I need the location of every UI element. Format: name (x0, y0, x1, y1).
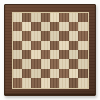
square-b1[interactable] (22, 78, 31, 87)
square-e5[interactable] (50, 41, 59, 50)
square-e3[interactable] (50, 59, 59, 68)
square-f4[interactable] (59, 50, 68, 59)
square-a1[interactable] (13, 78, 22, 87)
square-f8[interactable] (59, 13, 68, 22)
square-d5[interactable] (41, 41, 50, 50)
square-b4[interactable] (22, 50, 31, 59)
square-d4[interactable] (41, 50, 50, 59)
square-c2[interactable] (31, 69, 40, 78)
square-e4[interactable] (50, 50, 59, 59)
square-h5[interactable] (78, 41, 87, 50)
square-a3[interactable] (13, 59, 22, 68)
square-e8[interactable] (50, 13, 59, 22)
square-a6[interactable] (13, 31, 22, 40)
square-f6[interactable] (59, 31, 68, 40)
product-photo-background (0, 0, 100, 100)
square-a8[interactable] (13, 13, 22, 22)
square-g1[interactable] (69, 78, 78, 87)
square-c1[interactable] (31, 78, 40, 87)
square-b7[interactable] (22, 22, 31, 31)
square-e1[interactable] (50, 78, 59, 87)
square-b6[interactable] (22, 31, 31, 40)
square-g5[interactable] (69, 41, 78, 50)
square-d2[interactable] (41, 69, 50, 78)
board-trim (12, 12, 89, 89)
square-f3[interactable] (59, 59, 68, 68)
board-grid (13, 13, 88, 88)
square-b5[interactable] (22, 41, 31, 50)
square-c5[interactable] (31, 41, 40, 50)
square-h6[interactable] (78, 31, 87, 40)
square-h8[interactable] (78, 13, 87, 22)
square-e2[interactable] (50, 69, 59, 78)
square-h4[interactable] (78, 50, 87, 59)
square-c3[interactable] (31, 59, 40, 68)
square-f5[interactable] (59, 41, 68, 50)
square-c7[interactable] (31, 22, 40, 31)
square-g4[interactable] (69, 50, 78, 59)
square-c6[interactable] (31, 31, 40, 40)
square-a7[interactable] (13, 22, 22, 31)
square-g7[interactable] (69, 22, 78, 31)
square-g2[interactable] (69, 69, 78, 78)
square-b3[interactable] (22, 59, 31, 68)
square-d6[interactable] (41, 31, 50, 40)
square-h1[interactable] (78, 78, 87, 87)
square-e6[interactable] (50, 31, 59, 40)
square-d8[interactable] (41, 13, 50, 22)
square-d1[interactable] (41, 78, 50, 87)
square-g3[interactable] (69, 59, 78, 68)
square-e7[interactable] (50, 22, 59, 31)
square-c4[interactable] (31, 50, 40, 59)
square-c8[interactable] (31, 13, 40, 22)
square-g8[interactable] (69, 13, 78, 22)
square-a5[interactable] (13, 41, 22, 50)
chess-board (4, 4, 96, 96)
square-d3[interactable] (41, 59, 50, 68)
square-a4[interactable] (13, 50, 22, 59)
square-h2[interactable] (78, 69, 87, 78)
square-g6[interactable] (69, 31, 78, 40)
square-h3[interactable] (78, 59, 87, 68)
square-b2[interactable] (22, 69, 31, 78)
square-a2[interactable] (13, 69, 22, 78)
square-f1[interactable] (59, 78, 68, 87)
square-d7[interactable] (41, 22, 50, 31)
square-b8[interactable] (22, 13, 31, 22)
square-h7[interactable] (78, 22, 87, 31)
square-f2[interactable] (59, 69, 68, 78)
square-f7[interactable] (59, 22, 68, 31)
